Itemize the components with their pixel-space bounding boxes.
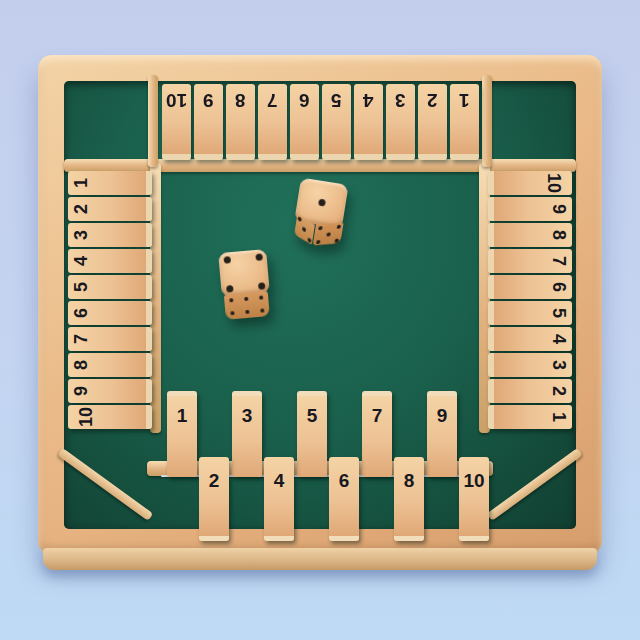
- felt-center: [159, 167, 481, 429]
- corner-rod-southwest: [57, 448, 153, 521]
- tile-north-6[interactable]: 6: [290, 84, 319, 160]
- corner-rod-northeast: [482, 75, 492, 167]
- die-pip: [318, 226, 323, 230]
- tile-west-8[interactable]: 8: [68, 353, 152, 377]
- die-pip: [226, 285, 234, 293]
- tile-east-3[interactable]: 3: [488, 353, 572, 377]
- die-face-5: [313, 223, 344, 246]
- die-pip: [307, 237, 311, 243]
- tile-number: 2: [72, 204, 90, 214]
- tile-south-6[interactable]: 6: [329, 457, 359, 541]
- tile-number: 9: [550, 204, 568, 214]
- tile-number: 2: [427, 91, 438, 110]
- tile-number: 10: [77, 407, 95, 427]
- tile-south-5[interactable]: 5: [297, 391, 327, 477]
- tile-north-2[interactable]: 2: [418, 84, 447, 160]
- tile-number: 10: [463, 471, 484, 490]
- tile-east-2[interactable]: 2: [488, 379, 572, 403]
- tile-west-2[interactable]: 2: [68, 197, 152, 221]
- shut-the-box-board: 10987654321 12345678910 10987654321 1357…: [38, 55, 602, 555]
- board-inner-well: 10987654321 12345678910 10987654321 1357…: [64, 81, 576, 529]
- die-pip: [257, 282, 265, 290]
- tile-tray-west: 12345678910: [64, 167, 159, 429]
- tile-east-1[interactable]: 1: [488, 405, 572, 429]
- tile-number: 7: [72, 334, 90, 344]
- tile-number: 8: [550, 230, 568, 240]
- tile-north-5[interactable]: 5: [322, 84, 351, 160]
- tile-number: 5: [331, 91, 342, 110]
- tile-number: 3: [72, 230, 90, 240]
- tile-south-3[interactable]: 3: [232, 391, 262, 477]
- tile-number: 4: [363, 91, 374, 110]
- tile-number: 7: [267, 91, 278, 110]
- tile-tray-north: 10987654321: [159, 81, 481, 167]
- tile-west-1[interactable]: 1: [68, 171, 152, 195]
- tile-south-4[interactable]: 4: [264, 457, 294, 541]
- tile-north-8[interactable]: 8: [226, 84, 255, 160]
- die-face-6: [224, 291, 270, 320]
- die-pip: [326, 232, 331, 236]
- tile-number: 5: [550, 308, 568, 318]
- die-pip: [259, 296, 263, 300]
- tile-south-9[interactable]: 9: [427, 391, 457, 477]
- tile-number: 2: [209, 471, 220, 490]
- tile-north-3[interactable]: 3: [386, 84, 415, 160]
- die-face-4: [218, 249, 270, 297]
- die-pip: [245, 309, 249, 313]
- tile-north-10[interactable]: 10: [162, 84, 191, 160]
- die-pip: [260, 308, 264, 312]
- tile-west-5[interactable]: 5: [68, 275, 152, 299]
- tile-number: 1: [177, 406, 188, 425]
- tile-number: 3: [550, 360, 568, 370]
- tile-south-1[interactable]: 1: [167, 391, 197, 477]
- die-pip: [255, 253, 263, 261]
- tile-east-7[interactable]: 7: [488, 249, 572, 273]
- tile-number: 8: [72, 360, 90, 370]
- tile-number: 10: [545, 173, 563, 193]
- tile-number: 9: [72, 386, 90, 396]
- die-pip: [334, 238, 339, 242]
- tile-south-8[interactable]: 8: [394, 457, 424, 541]
- tile-number: 8: [404, 471, 415, 490]
- tile-north-4[interactable]: 4: [354, 84, 383, 160]
- tile-east-6[interactable]: 6: [488, 275, 572, 299]
- tile-west-9[interactable]: 9: [68, 379, 152, 403]
- board-front-edge: [43, 548, 597, 570]
- die-pip: [315, 239, 320, 243]
- tile-west-7[interactable]: 7: [68, 327, 152, 351]
- tile-number: 1: [72, 178, 90, 188]
- die-pip: [230, 298, 234, 302]
- tile-number: 1: [459, 91, 470, 110]
- tile-west-4[interactable]: 4: [68, 249, 152, 273]
- die-pip: [336, 224, 341, 228]
- tile-south-7[interactable]: 7: [362, 391, 392, 477]
- tile-number: 4: [72, 256, 90, 266]
- tile-number: 6: [550, 282, 568, 292]
- tile-north-9[interactable]: 9: [194, 84, 223, 160]
- tile-east-10[interactable]: 10: [488, 171, 572, 195]
- scene: 10987654321 12345678910 10987654321 1357…: [0, 0, 640, 640]
- tile-north-1[interactable]: 1: [450, 84, 479, 160]
- tile-tray-south: 13579 246810: [159, 429, 481, 529]
- tile-number: 5: [72, 282, 90, 292]
- tile-number: 6: [72, 308, 90, 318]
- tile-south-10[interactable]: 10: [459, 457, 489, 541]
- tile-west-3[interactable]: 3: [68, 223, 152, 247]
- tile-number: 8: [235, 91, 246, 110]
- tile-east-8[interactable]: 8: [488, 223, 572, 247]
- tile-number: 4: [274, 471, 285, 490]
- tile-north-7[interactable]: 7: [258, 84, 287, 160]
- tile-number: 10: [166, 91, 187, 110]
- tile-south-2[interactable]: 2: [199, 457, 229, 541]
- tile-west-6[interactable]: 6: [68, 301, 152, 325]
- tile-number: 7: [550, 256, 568, 266]
- corner-rod-southeast: [487, 448, 583, 521]
- tile-number: 9: [203, 91, 214, 110]
- tile-west-10[interactable]: 10: [68, 405, 152, 429]
- tile-number: 5: [307, 406, 318, 425]
- tile-number: 7: [372, 406, 383, 425]
- tile-number: 6: [339, 471, 350, 490]
- tile-east-4[interactable]: 4: [488, 327, 572, 351]
- corner-rod-northwest: [148, 75, 158, 167]
- tile-number: 3: [242, 406, 253, 425]
- tile-number: 3: [395, 91, 406, 110]
- tile-tray-east: 10987654321: [481, 167, 576, 429]
- die-pip: [231, 311, 235, 315]
- die-pip: [244, 297, 248, 301]
- die-pip: [223, 256, 231, 264]
- tile-east-5[interactable]: 5: [488, 301, 572, 325]
- die-pip: [317, 199, 325, 207]
- tile-number: 9: [437, 406, 448, 425]
- die-1[interactable]: [291, 178, 349, 247]
- die-2[interactable]: [218, 249, 272, 320]
- tile-number: 2: [550, 386, 568, 396]
- tile-number: 1: [550, 412, 568, 422]
- tile-number: 4: [550, 334, 568, 344]
- tile-number: 6: [299, 91, 310, 110]
- tile-east-9[interactable]: 9: [488, 197, 572, 221]
